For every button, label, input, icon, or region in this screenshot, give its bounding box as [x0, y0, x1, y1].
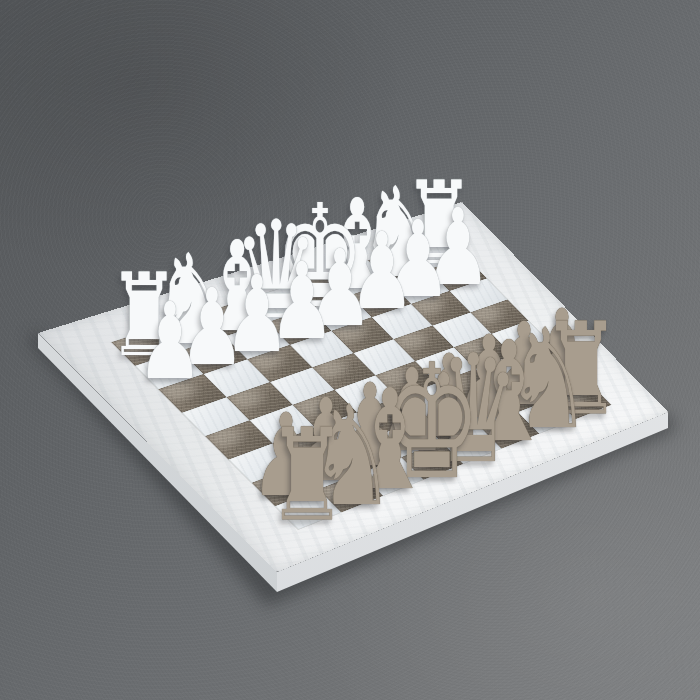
photo-scene: ♜♞♝♚♛♝♞♜♟♟♟♟♟♟♟♟♟♟♟♟♟♟♟♟♜♞♝♛♚♝♞♜ — [0, 0, 700, 700]
pieces-layer: ♜♞♝♚♛♝♞♜♟♟♟♟♟♟♟♟♟♟♟♟♟♟♟♟♜♞♝♛♚♝♞♜ — [0, 0, 700, 700]
white-pawn-a2[interactable]: ♟ — [137, 289, 203, 395]
gray-rook-a8[interactable]: ♜ — [268, 412, 348, 539]
